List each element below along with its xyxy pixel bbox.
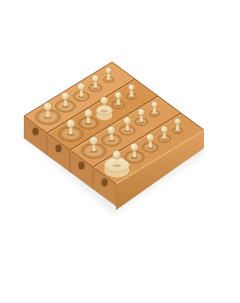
- knob-ball: [100, 97, 108, 105]
- knob-ball: [151, 101, 157, 107]
- knob-ball: [128, 84, 134, 90]
- knob-ball: [84, 109, 92, 117]
- knob-ball: [105, 67, 111, 73]
- knob-ball: [115, 92, 122, 99]
- knob-ball: [174, 118, 180, 124]
- knob-ball: [77, 83, 85, 91]
- knob-ball: [67, 120, 75, 128]
- knob-ball: [146, 134, 154, 142]
- knob-ball: [107, 126, 115, 134]
- knob-ball: [130, 143, 138, 151]
- knob-ball: [138, 109, 145, 116]
- block-2-end-notch: [55, 145, 61, 153]
- knob-ball: [123, 117, 131, 125]
- block-1-end-notch: [32, 128, 38, 136]
- knob-ball: [113, 151, 121, 159]
- product-photo-stage: [0, 0, 240, 303]
- block-3-end-notch: [78, 162, 84, 170]
- knob-ball: [44, 103, 52, 111]
- knob-ball: [61, 92, 69, 100]
- knob-ball: [161, 126, 168, 133]
- knob-ball: [90, 137, 98, 145]
- block-4-end-notch: [101, 179, 107, 187]
- knob-ball: [92, 75, 99, 82]
- montessori-cylinder-blocks-image: [0, 0, 240, 303]
